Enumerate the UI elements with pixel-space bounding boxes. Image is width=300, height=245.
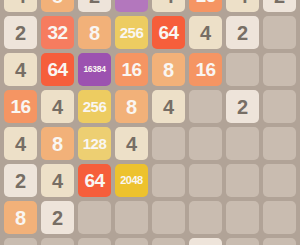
empty-cell — [189, 164, 222, 197]
game-screen: 4824096416422328256644246416384168161642… — [0, 0, 300, 245]
tile-16: 16 — [189, 53, 222, 86]
tile-4: 4 — [4, 53, 37, 86]
tile-4: 4 — [4, 127, 37, 160]
tile-8: 8 — [4, 201, 37, 234]
tile-2: 2 — [226, 16, 259, 49]
tile-4: 4 — [152, 0, 185, 12]
tile-8: 8 — [78, 16, 111, 49]
empty-cell — [152, 127, 185, 160]
tile-256: 256 — [78, 90, 111, 123]
tile-4: 4 — [41, 90, 74, 123]
empty-cell — [78, 201, 111, 234]
empty-cell — [263, 164, 296, 197]
tile-2: 2 — [4, 16, 37, 49]
tile-8: 8 — [41, 127, 74, 160]
tile-4: 4 — [152, 90, 185, 123]
empty-cell — [115, 201, 148, 234]
tile-2: 2 — [78, 0, 111, 12]
tile-16: 16 — [115, 53, 148, 86]
empty-cell — [263, 201, 296, 234]
empty-cell — [152, 238, 185, 245]
tile-16: 16 — [4, 90, 37, 123]
tile-4: 4 — [189, 16, 222, 49]
empty-cell — [152, 164, 185, 197]
empty-cell — [226, 53, 259, 86]
empty-cell — [152, 201, 185, 234]
tile-8: 8 — [152, 53, 185, 86]
tile-4: 4 — [41, 164, 74, 197]
empty-cell — [226, 238, 259, 245]
empty-cell — [189, 201, 222, 234]
empty-cell — [115, 238, 148, 245]
empty-cell — [263, 238, 296, 245]
tile-32: 32 — [41, 16, 74, 49]
empty-cell — [189, 127, 222, 160]
tile-16384: 16384 — [78, 53, 111, 86]
empty-cell — [263, 16, 296, 49]
empty-cell — [189, 90, 222, 123]
tile-128: 128 — [78, 127, 111, 160]
tile-2048: 2048 — [115, 164, 148, 197]
tile-64: 64 — [41, 53, 74, 86]
empty-cell — [263, 127, 296, 160]
tile-2: 2 — [41, 201, 74, 234]
empty-cell — [263, 53, 296, 86]
tile-256: 256 — [115, 16, 148, 49]
tile-64: 64 — [152, 16, 185, 49]
empty-cell — [4, 238, 37, 245]
tile-4096: 4096 — [115, 0, 148, 12]
tile-2: 2 — [4, 164, 37, 197]
board-grid[interactable]: 4824096416422328256644246416384168161642… — [4, 0, 296, 245]
tile-64: 64 — [78, 164, 111, 197]
empty-cell — [226, 164, 259, 197]
empty-cell — [78, 238, 111, 245]
tile-4: 4 — [226, 0, 259, 12]
tile-8: 8 — [115, 90, 148, 123]
tile-2: 2 — [263, 0, 296, 12]
empty-cell — [226, 201, 259, 234]
empty-cell — [226, 127, 259, 160]
tile-2: 2 — [189, 238, 222, 245]
tile-2: 2 — [226, 90, 259, 123]
tile-8: 8 — [41, 0, 74, 12]
empty-cell — [41, 238, 74, 245]
tile-16: 16 — [189, 0, 222, 12]
tile-4: 4 — [115, 127, 148, 160]
empty-cell — [263, 90, 296, 123]
tile-4: 4 — [4, 0, 37, 12]
